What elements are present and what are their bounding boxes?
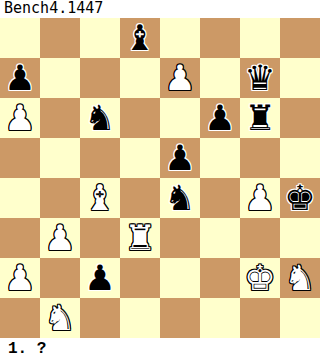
square-h1[interactable] xyxy=(280,298,320,338)
square-b1[interactable]: ♞ xyxy=(40,298,80,338)
square-h4[interactable]: ♚ xyxy=(280,178,320,218)
square-g2[interactable]: ♚ xyxy=(240,258,280,298)
black-knight-piece: ♞ xyxy=(84,98,115,138)
square-g3[interactable] xyxy=(240,218,280,258)
white-king-piece: ♚ xyxy=(244,258,275,298)
square-f3[interactable] xyxy=(200,218,240,258)
square-b5[interactable] xyxy=(40,138,80,178)
black-pawn-piece: ♟ xyxy=(4,58,35,98)
white-pawn-piece: ♟ xyxy=(244,178,275,218)
white-bishop-piece: ♝ xyxy=(84,178,115,218)
square-c4[interactable]: ♝ xyxy=(80,178,120,218)
white-knight-piece: ♞ xyxy=(44,298,75,338)
square-g1[interactable] xyxy=(240,298,280,338)
white-pawn-piece: ♟ xyxy=(44,218,75,258)
white-pawn-piece: ♟ xyxy=(4,258,35,298)
square-a2[interactable]: ♟ xyxy=(0,258,40,298)
square-e6[interactable] xyxy=(160,98,200,138)
square-a3[interactable] xyxy=(0,218,40,258)
square-a8[interactable] xyxy=(0,18,40,58)
puzzle-title: Bench4.1447 xyxy=(0,0,320,18)
square-h5[interactable] xyxy=(280,138,320,178)
square-b4[interactable] xyxy=(40,178,80,218)
white-rook-piece: ♜ xyxy=(124,218,155,258)
black-pawn-piece: ♟ xyxy=(164,138,195,178)
square-c1[interactable] xyxy=(80,298,120,338)
square-a5[interactable] xyxy=(0,138,40,178)
square-e2[interactable] xyxy=(160,258,200,298)
square-c8[interactable] xyxy=(80,18,120,58)
white-knight-piece: ♞ xyxy=(284,258,315,298)
square-e8[interactable] xyxy=(160,18,200,58)
square-d4[interactable] xyxy=(120,178,160,218)
square-a6[interactable]: ♟ xyxy=(0,98,40,138)
square-f1[interactable] xyxy=(200,298,240,338)
square-f2[interactable] xyxy=(200,258,240,298)
square-b3[interactable]: ♟ xyxy=(40,218,80,258)
square-d8[interactable]: ♝ xyxy=(120,18,160,58)
square-h8[interactable] xyxy=(280,18,320,58)
chess-board: ♝♟♟♛♟♞♟♜♟♝♞♟♚♟♜♟♟♚♞♞ xyxy=(0,18,320,338)
square-d1[interactable] xyxy=(120,298,160,338)
square-c2[interactable]: ♟ xyxy=(80,258,120,298)
square-f7[interactable] xyxy=(200,58,240,98)
white-pawn-piece: ♟ xyxy=(164,58,195,98)
square-h3[interactable] xyxy=(280,218,320,258)
square-h6[interactable] xyxy=(280,98,320,138)
square-d7[interactable] xyxy=(120,58,160,98)
square-e7[interactable]: ♟ xyxy=(160,58,200,98)
square-d3[interactable]: ♜ xyxy=(120,218,160,258)
square-c5[interactable] xyxy=(80,138,120,178)
square-c6[interactable]: ♞ xyxy=(80,98,120,138)
square-b7[interactable] xyxy=(40,58,80,98)
move-prompt: 1. ? xyxy=(0,338,320,360)
chess-puzzle-app: Bench4.1447 ♝♟♟♛♟♞♟♜♟♝♞♟♚♟♜♟♟♚♞♞ 1. ? xyxy=(0,0,320,360)
square-b8[interactable] xyxy=(40,18,80,58)
black-queen-piece: ♛ xyxy=(244,58,275,98)
square-g4[interactable]: ♟ xyxy=(240,178,280,218)
square-f5[interactable] xyxy=(200,138,240,178)
square-g8[interactable] xyxy=(240,18,280,58)
square-a7[interactable]: ♟ xyxy=(0,58,40,98)
white-pawn-piece: ♟ xyxy=(4,98,35,138)
square-d5[interactable] xyxy=(120,138,160,178)
square-c7[interactable] xyxy=(80,58,120,98)
square-g5[interactable] xyxy=(240,138,280,178)
black-knight-piece: ♞ xyxy=(164,178,195,218)
square-a4[interactable] xyxy=(0,178,40,218)
square-g7[interactable]: ♛ xyxy=(240,58,280,98)
square-c3[interactable] xyxy=(80,218,120,258)
square-d2[interactable] xyxy=(120,258,160,298)
square-h2[interactable]: ♞ xyxy=(280,258,320,298)
square-e1[interactable] xyxy=(160,298,200,338)
square-e3[interactable] xyxy=(160,218,200,258)
black-pawn-piece: ♟ xyxy=(204,98,235,138)
square-e5[interactable]: ♟ xyxy=(160,138,200,178)
square-b2[interactable] xyxy=(40,258,80,298)
square-h7[interactable] xyxy=(280,58,320,98)
square-d6[interactable] xyxy=(120,98,160,138)
square-a1[interactable] xyxy=(0,298,40,338)
square-b6[interactable] xyxy=(40,98,80,138)
square-f8[interactable] xyxy=(200,18,240,58)
square-g6[interactable]: ♜ xyxy=(240,98,280,138)
square-f6[interactable]: ♟ xyxy=(200,98,240,138)
black-bishop-piece: ♝ xyxy=(124,18,155,58)
square-f4[interactable] xyxy=(200,178,240,218)
black-rook-piece: ♜ xyxy=(244,98,275,138)
square-e4[interactable]: ♞ xyxy=(160,178,200,218)
black-pawn-piece: ♟ xyxy=(84,258,115,298)
black-king-piece: ♚ xyxy=(284,178,315,218)
